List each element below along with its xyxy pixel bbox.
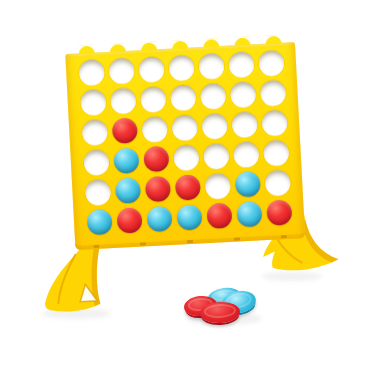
cell-r1c1 xyxy=(75,56,107,88)
cell-r4c6 xyxy=(230,138,262,170)
cell-r5c6 xyxy=(232,168,264,200)
red-disc xyxy=(143,145,169,171)
cell-r6c6 xyxy=(233,198,265,230)
empty-hole xyxy=(233,141,259,167)
cell-r3c4 xyxy=(168,111,200,143)
red-disc xyxy=(266,199,292,225)
cyan-disc xyxy=(234,171,260,197)
empty-hole xyxy=(264,169,290,195)
cell-r5c7 xyxy=(261,167,293,199)
cell-r4c1 xyxy=(80,146,112,178)
cell-r6c3 xyxy=(143,203,175,235)
cyan-disc xyxy=(86,209,112,235)
empty-hole xyxy=(84,179,110,205)
cell-r3c5 xyxy=(198,110,230,142)
empty-hole xyxy=(171,114,197,140)
cell-r6c4 xyxy=(173,201,205,233)
empty-hole xyxy=(83,149,109,175)
red-disc xyxy=(144,175,170,201)
cell-r2c7 xyxy=(257,77,289,109)
cell-r3c2 xyxy=(109,114,141,146)
cell-r3c7 xyxy=(258,107,290,139)
cell-r6c2 xyxy=(113,204,145,236)
cell-r1c6 xyxy=(225,48,257,80)
cell-r1c5 xyxy=(195,50,227,82)
empty-hole xyxy=(140,86,166,112)
empty-hole xyxy=(261,109,287,135)
cyan-disc xyxy=(176,204,202,230)
cell-r4c7 xyxy=(260,137,292,169)
red-disc xyxy=(206,202,232,228)
empty-hole xyxy=(231,111,257,137)
red-disc xyxy=(111,117,137,143)
empty-hole xyxy=(173,144,199,170)
empty-hole xyxy=(80,89,106,115)
empty-hole xyxy=(263,139,289,165)
product-photo xyxy=(0,0,370,370)
empty-hole xyxy=(108,57,134,83)
hole-grid xyxy=(75,47,294,238)
cell-r4c4 xyxy=(170,141,202,173)
connect-four-board xyxy=(65,42,305,250)
cell-r4c5 xyxy=(200,140,232,172)
empty-hole xyxy=(170,84,196,110)
cell-r3c3 xyxy=(139,113,171,145)
connect-four-set xyxy=(65,34,320,336)
cell-r1c2 xyxy=(105,55,137,87)
empty-hole xyxy=(229,81,255,107)
empty-hole xyxy=(201,112,227,138)
empty-hole xyxy=(78,59,104,85)
cell-r4c3 xyxy=(140,143,172,175)
empty-hole xyxy=(259,79,285,105)
cell-r6c5 xyxy=(203,200,235,232)
cell-r3c6 xyxy=(228,108,260,140)
empty-hole xyxy=(110,87,136,113)
cell-r1c4 xyxy=(165,51,197,83)
cell-r5c5 xyxy=(202,170,234,202)
cell-r6c1 xyxy=(83,206,115,238)
cyan-disc xyxy=(236,201,262,227)
empty-hole xyxy=(198,52,224,78)
cell-r5c2 xyxy=(112,174,144,206)
cell-r2c5 xyxy=(197,80,229,112)
cell-r2c3 xyxy=(137,83,169,115)
cell-r1c3 xyxy=(135,53,167,85)
empty-hole xyxy=(258,49,284,75)
cell-r4c2 xyxy=(110,144,142,176)
empty-hole xyxy=(228,51,254,77)
cyan-disc xyxy=(146,205,172,231)
empty-hole xyxy=(203,142,229,168)
cell-r5c4 xyxy=(172,171,204,203)
cell-r2c1 xyxy=(77,86,109,118)
cell-r5c1 xyxy=(82,176,114,208)
empty-hole xyxy=(138,56,164,82)
empty-hole xyxy=(168,54,194,80)
cell-r3c1 xyxy=(79,116,111,148)
cell-r5c3 xyxy=(142,173,174,205)
cell-r2c4 xyxy=(167,81,199,113)
empty-hole xyxy=(81,119,107,145)
empty-hole xyxy=(204,172,230,198)
cell-r6c7 xyxy=(263,196,295,228)
board-bottom-notches xyxy=(93,235,287,248)
red-disc xyxy=(174,174,200,200)
cell-r1c7 xyxy=(255,47,287,79)
cell-r2c2 xyxy=(107,84,139,116)
empty-hole xyxy=(199,82,225,108)
cyan-disc xyxy=(114,177,140,203)
red-disc xyxy=(116,207,142,233)
cyan-disc xyxy=(113,147,139,173)
empty-hole xyxy=(141,116,167,142)
cell-r2c6 xyxy=(227,78,259,110)
